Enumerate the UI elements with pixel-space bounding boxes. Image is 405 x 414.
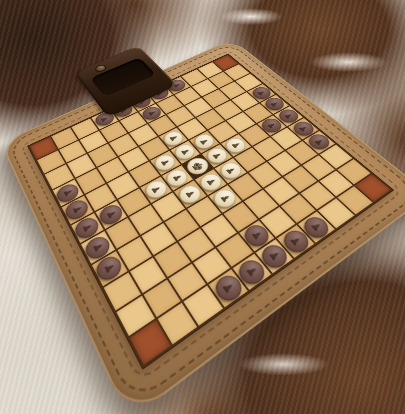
attacker-emblem-icon: ♟	[249, 229, 265, 243]
defender-emblem-icon: ♟	[218, 193, 232, 205]
defender-emblem-icon: ♟	[198, 137, 211, 146]
attacker-emblem-icon: ♟	[308, 220, 324, 233]
defender-emblem-icon: ♟	[170, 172, 184, 183]
defender-emblem-icon: ♟	[224, 165, 238, 176]
attacker-emblem-icon: ♟	[80, 221, 94, 234]
defender-emblem-icon: ♟	[149, 184, 163, 195]
defender-emblem-icon: ♟	[183, 188, 197, 200]
defender-emblem-icon: ♟	[204, 176, 218, 187]
attacker-emblem-icon: ♟	[104, 208, 118, 220]
attacker-emblem-icon: ♟	[255, 89, 267, 97]
defender-emblem-icon: ♟	[179, 147, 192, 157]
attacker-emblem-icon: ♟	[220, 280, 237, 296]
defender-emblem-icon: ♟	[159, 157, 172, 167]
cowhide-background: ♟♟♟♟♟♟♟♟♟♟♟♟♟♟♟♟♟♟♚♟♟♟♟♟♟♟♟♟♟♟♟♟♟♟♟♟♟	[0, 0, 405, 414]
attacker-emblem-icon: ♟	[282, 112, 294, 121]
attacker-emblem-icon: ♟	[102, 261, 117, 276]
attacker-emblem-icon: ♟	[244, 264, 261, 279]
attacker-emblem-icon: ♟	[268, 100, 280, 108]
defender-emblem-icon: ♟	[211, 151, 224, 161]
defender-emblem-icon: ♟	[229, 140, 242, 150]
attacker-emblem-icon: ♟	[266, 249, 282, 264]
board-grid: ♟♟♟♟♟♟♟♟♟♟♟♟♟♟♟♟♟♟♚♟♟♟♟♟♟♟♟♟♟♟♟♟♟♟♟♟♟	[28, 54, 393, 368]
attacker-emblem-icon: ♟	[297, 124, 310, 133]
leather-mat: ♟♟♟♟♟♟♟♟♟♟♟♟♟♟♟♟♟♟♚♟♟♟♟♟♟♟♟♟♟♟♟♟♟♟♟♟♟	[0, 39, 405, 414]
defender-emblem-icon: ♟	[167, 134, 179, 143]
attacker-emblem-icon: ♟	[265, 121, 278, 130]
attacker-emblem-icon: ♟	[91, 240, 106, 254]
attacker-emblem-icon: ♟	[146, 109, 158, 117]
hnefatafl-board: ♟♟♟♟♟♟♟♟♟♟♟♟♟♟♟♟♟♟♚♟♟♟♟♟♟♟♟♟♟♟♟♟♟♟♟♟♟	[0, 39, 405, 414]
handle-slot	[90, 57, 157, 98]
attacker-emblem-icon: ♟	[61, 187, 74, 198]
king-emblem-icon: ♚	[188, 159, 206, 173]
attacker-emblem-icon: ♟	[99, 115, 111, 123]
attacker-emblem-icon: ♟	[70, 204, 84, 216]
attacker-emblem-icon: ♟	[288, 234, 304, 248]
attacker-emblem-icon: ♟	[312, 137, 325, 147]
